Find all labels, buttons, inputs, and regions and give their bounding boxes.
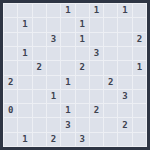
clue-cell-r6c3[interactable]: 1 — [47, 90, 60, 103]
clue-cell-r4c5[interactable]: 2 — [76, 61, 89, 74]
cell-r1c9[interactable] — [133, 18, 146, 31]
clue-cell-r8c8[interactable]: 2 — [118, 118, 131, 131]
cell-r5c2[interactable] — [33, 76, 46, 89]
cell-r4c6[interactable] — [90, 61, 103, 74]
clue-cell-r4c2[interactable]: 2 — [33, 61, 46, 74]
cell-r7c5[interactable] — [76, 104, 89, 117]
cell-r3c2[interactable] — [33, 47, 46, 60]
cell-r9c2[interactable] — [33, 133, 46, 146]
cell-r4c1[interactable] — [18, 61, 31, 74]
clue-cell-r5c4[interactable]: 1 — [61, 76, 74, 89]
cell-r0c2[interactable] — [33, 4, 46, 17]
cell-r6c6[interactable] — [90, 90, 103, 103]
clue-cell-r5c7[interactable]: 2 — [104, 76, 117, 89]
cell-r3c4[interactable] — [61, 47, 74, 60]
cell-r9c6[interactable] — [90, 133, 103, 146]
clue-cell-r0c8[interactable]: 1 — [118, 4, 131, 17]
cell-r1c6[interactable] — [90, 18, 103, 31]
cell-r0c5[interactable] — [76, 4, 89, 17]
cell-r0c0[interactable] — [4, 4, 17, 17]
cell-r0c3[interactable] — [47, 4, 60, 17]
clue-cell-r1c5[interactable]: 1 — [76, 18, 89, 31]
cell-r7c3[interactable] — [47, 104, 60, 117]
cell-r8c1[interactable] — [18, 118, 31, 131]
clue-cell-r2c5[interactable]: 1 — [76, 33, 89, 46]
board-grid: 11111312132212121301232123 — [4, 4, 146, 146]
cell-r6c1[interactable] — [18, 90, 31, 103]
cell-r2c4[interactable] — [61, 33, 74, 46]
clue-cell-r4c9[interactable]: 1 — [133, 61, 146, 74]
cell-r2c8[interactable] — [118, 33, 131, 46]
clue-cell-r1c1[interactable]: 1 — [18, 18, 31, 31]
cell-r0c7[interactable] — [104, 4, 117, 17]
cell-r5c5[interactable] — [76, 76, 89, 89]
cell-r8c9[interactable] — [133, 118, 146, 131]
cell-r2c1[interactable] — [18, 33, 31, 46]
cell-r8c2[interactable] — [33, 118, 46, 131]
cell-r5c8[interactable] — [118, 76, 131, 89]
cell-r3c9[interactable] — [133, 47, 146, 60]
clue-cell-r2c3[interactable]: 3 — [47, 33, 60, 46]
cell-r1c8[interactable] — [118, 18, 131, 31]
cell-r9c4[interactable] — [61, 133, 74, 146]
cell-r4c7[interactable] — [104, 61, 117, 74]
cell-r6c0[interactable] — [4, 90, 17, 103]
cell-r4c0[interactable] — [4, 61, 17, 74]
cell-r9c7[interactable] — [104, 133, 117, 146]
clue-cell-r0c4[interactable]: 1 — [61, 4, 74, 17]
clue-cell-r5c0[interactable]: 2 — [4, 76, 17, 89]
clue-cell-r7c6[interactable]: 2 — [90, 104, 103, 117]
clue-cell-r9c1[interactable]: 1 — [18, 133, 31, 146]
cell-r7c8[interactable] — [118, 104, 131, 117]
cell-r9c8[interactable] — [118, 133, 131, 146]
cell-r7c1[interactable] — [18, 104, 31, 117]
cell-r8c6[interactable] — [90, 118, 103, 131]
cell-r6c2[interactable] — [33, 90, 46, 103]
cell-r2c7[interactable] — [104, 33, 117, 46]
cell-r6c5[interactable] — [76, 90, 89, 103]
cell-r9c0[interactable] — [4, 133, 17, 146]
cell-r7c2[interactable] — [33, 104, 46, 117]
cell-r1c4[interactable] — [61, 18, 74, 31]
clue-cell-r9c3[interactable]: 2 — [47, 133, 60, 146]
cell-r9c9[interactable] — [133, 133, 146, 146]
cell-r6c9[interactable] — [133, 90, 146, 103]
cell-r4c3[interactable] — [47, 61, 60, 74]
clue-cell-r6c8[interactable]: 3 — [118, 90, 131, 103]
clue-cell-r3c1[interactable]: 1 — [18, 47, 31, 60]
cell-r3c8[interactable] — [118, 47, 131, 60]
cell-r1c0[interactable] — [4, 18, 17, 31]
puzzle-board: 11111312132212121301232123 — [0, 0, 150, 150]
cell-r1c2[interactable] — [33, 18, 46, 31]
cell-r6c4[interactable] — [61, 90, 74, 103]
clue-cell-r7c4[interactable]: 1 — [61, 104, 74, 117]
cell-r4c4[interactable] — [61, 61, 74, 74]
cell-r8c7[interactable] — [104, 118, 117, 131]
clue-cell-r3c6[interactable]: 3 — [90, 47, 103, 60]
cell-r2c2[interactable] — [33, 33, 46, 46]
clue-cell-r9c5[interactable]: 3 — [76, 133, 89, 146]
cell-r8c5[interactable] — [76, 118, 89, 131]
cell-r1c3[interactable] — [47, 18, 60, 31]
cell-r0c9[interactable] — [133, 4, 146, 17]
cell-r2c0[interactable] — [4, 33, 17, 46]
cell-r6c7[interactable] — [104, 90, 117, 103]
cell-r5c9[interactable] — [133, 76, 146, 89]
clue-cell-r7c0[interactable]: 0 — [4, 104, 17, 117]
cell-r8c3[interactable] — [47, 118, 60, 131]
clue-cell-r2c9[interactable]: 2 — [133, 33, 146, 46]
cell-r2c6[interactable] — [90, 33, 103, 46]
cell-r3c3[interactable] — [47, 47, 60, 60]
cell-r3c7[interactable] — [104, 47, 117, 60]
cell-r5c1[interactable] — [18, 76, 31, 89]
cell-r1c7[interactable] — [104, 18, 117, 31]
cell-r8c0[interactable] — [4, 118, 17, 131]
cell-r3c0[interactable] — [4, 47, 17, 60]
clue-cell-r0c6[interactable]: 1 — [90, 4, 103, 17]
cell-r3c5[interactable] — [76, 47, 89, 60]
cell-r5c3[interactable] — [47, 76, 60, 89]
cell-r5c6[interactable] — [90, 76, 103, 89]
cell-r7c9[interactable] — [133, 104, 146, 117]
cell-r0c1[interactable] — [18, 4, 31, 17]
cell-r4c8[interactable] — [118, 61, 131, 74]
cell-r7c7[interactable] — [104, 104, 117, 117]
clue-cell-r8c4[interactable]: 3 — [61, 118, 74, 131]
